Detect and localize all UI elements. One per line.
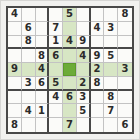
cell-r2c5[interactable] [63, 22, 77, 36]
cell-r8c2[interactable]: 4 [22, 104, 36, 118]
cell-r6c8[interactable] [104, 77, 118, 91]
cell-r6c5[interactable] [63, 77, 77, 91]
cell-r6c3[interactable]: 6 [36, 77, 50, 91]
cell-r3c5[interactable]: 4 [63, 36, 77, 50]
cell-r5c5[interactable] [63, 63, 77, 77]
cell-r8c6[interactable]: 5 [77, 104, 91, 118]
cell-r6c7[interactable]: 8 [91, 77, 105, 91]
cell-r3c2[interactable]: 8 [22, 36, 36, 50]
cell-r9c5[interactable]: 7 [63, 118, 77, 132]
cell-r9c2[interactable] [22, 118, 36, 132]
cell-r3c8[interactable] [104, 36, 118, 50]
cell-r1c5[interactable]: 5 [63, 8, 77, 22]
cell-r5c3[interactable]: 4 [36, 63, 50, 77]
cell-r1c2[interactable] [22, 8, 36, 22]
cell-r4c1[interactable] [8, 49, 22, 63]
cell-r4c2[interactable] [22, 49, 36, 63]
cell-r8c3[interactable]: 1 [36, 104, 50, 118]
cell-r3c3[interactable] [36, 36, 50, 50]
cell-r8c8[interactable]: 7 [104, 104, 118, 118]
cell-r5c1[interactable]: 9 [8, 63, 22, 77]
cell-r5c8[interactable] [104, 63, 118, 77]
cell-r5c4[interactable] [49, 63, 63, 77]
cell-r1c1[interactable]: 4 [8, 8, 22, 22]
cell-r1c9[interactable]: 8 [118, 8, 132, 22]
cell-r5c2[interactable] [22, 63, 36, 77]
cell-r6c1[interactable] [8, 77, 22, 91]
cell-r6c6[interactable]: 2 [77, 77, 91, 91]
cell-r7c7[interactable] [91, 91, 105, 105]
cell-r5c7[interactable]: 2 [91, 63, 105, 77]
cell-r8c9[interactable] [118, 104, 132, 118]
cell-r6c2[interactable]: 3 [22, 77, 36, 91]
cell-r9c1[interactable]: 8 [8, 118, 22, 132]
cell-r1c4[interactable] [49, 8, 63, 22]
cell-r9c8[interactable] [104, 118, 118, 132]
cell-r7c4[interactable]: 4 [49, 91, 63, 105]
cell-r4c9[interactable] [118, 49, 132, 63]
cell-r2c1[interactable] [8, 22, 22, 36]
cell-r7c9[interactable] [118, 91, 132, 105]
cell-r2c4[interactable]: 7 [49, 22, 63, 36]
cell-r8c1[interactable] [8, 104, 22, 118]
cell-r2c3[interactable] [36, 22, 50, 36]
cell-r9c9[interactable]: 6 [118, 118, 132, 132]
cell-r4c6[interactable]: 4 [77, 49, 91, 63]
cell-r8c4[interactable] [49, 104, 63, 118]
cell-r3c6[interactable]: 9 [77, 36, 91, 50]
sudoku-app: 458674381498649594233652846384157876 [0, 0, 140, 140]
cell-r5c6[interactable] [77, 63, 91, 77]
cell-r7c5[interactable]: 6 [63, 91, 77, 105]
cell-r3c4[interactable]: 1 [49, 36, 63, 50]
cell-r1c3[interactable] [36, 8, 50, 22]
cell-r7c8[interactable]: 8 [104, 91, 118, 105]
cell-r3c7[interactable] [91, 36, 105, 50]
cell-r4c8[interactable]: 5 [104, 49, 118, 63]
cell-r2c7[interactable]: 4 [91, 22, 105, 36]
cell-r6c9[interactable] [118, 77, 132, 91]
cell-r2c8[interactable]: 3 [104, 22, 118, 36]
cell-r2c9[interactable] [118, 22, 132, 36]
cell-r1c8[interactable] [104, 8, 118, 22]
cell-r9c6[interactable] [77, 118, 91, 132]
cell-r7c3[interactable] [36, 91, 50, 105]
cell-r7c2[interactable] [22, 91, 36, 105]
cell-r9c4[interactable] [49, 118, 63, 132]
cell-r1c6[interactable] [77, 8, 91, 22]
cell-r6c4[interactable]: 5 [49, 77, 63, 91]
cell-r3c9[interactable] [118, 36, 132, 50]
cell-r3c1[interactable] [8, 36, 22, 50]
cell-r2c6[interactable] [77, 22, 91, 36]
cell-r4c7[interactable]: 9 [91, 49, 105, 63]
cell-r4c3[interactable]: 8 [36, 49, 50, 63]
cell-r7c1[interactable] [8, 91, 22, 105]
cell-r8c5[interactable] [63, 104, 77, 118]
cell-r9c3[interactable] [36, 118, 50, 132]
cell-r2c2[interactable]: 6 [22, 22, 36, 36]
cell-r8c7[interactable] [91, 104, 105, 118]
cell-r4c4[interactable]: 6 [49, 49, 63, 63]
cell-r4c5[interactable] [63, 49, 77, 63]
cell-r7c6[interactable]: 3 [77, 91, 91, 105]
cell-r1c7[interactable] [91, 8, 105, 22]
sudoku-board: 458674381498649594233652846384157876 [6, 6, 134, 134]
cell-r9c7[interactable] [91, 118, 105, 132]
cell-r5c9[interactable]: 3 [118, 63, 132, 77]
